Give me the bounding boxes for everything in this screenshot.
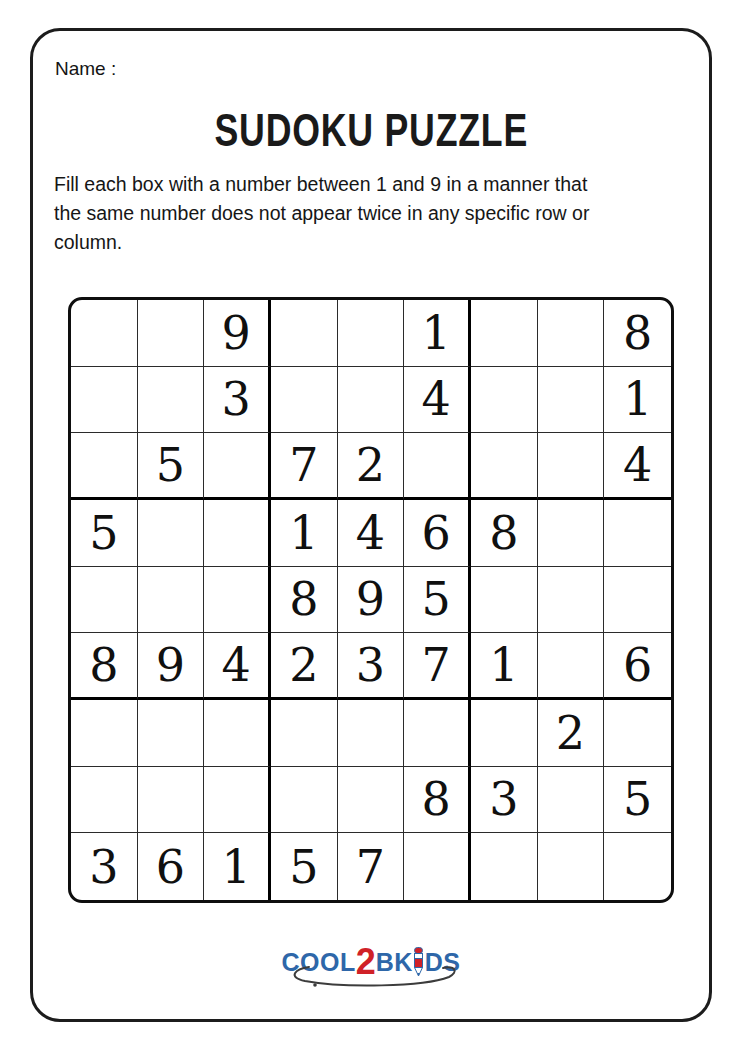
sudoku-cell: 7 (404, 633, 471, 700)
sudoku-cell[interactable] (204, 700, 271, 767)
logo-text-cool: COOL (281, 948, 355, 976)
sudoku-cell[interactable] (138, 300, 205, 367)
sudoku-cell[interactable] (471, 433, 538, 500)
page-title-wrap: SUDOKU PUZZLE (33, 102, 709, 150)
sudoku-cell[interactable] (538, 567, 605, 634)
sudoku-cell: 1 (271, 500, 338, 567)
sudoku-cell[interactable] (538, 767, 605, 834)
sudoku-cell[interactable] (138, 767, 205, 834)
logo-text-ds: DS (425, 948, 461, 976)
sudoku-cell: 8 (471, 500, 538, 567)
sudoku-cell[interactable] (138, 500, 205, 567)
sudoku-cell: 8 (271, 567, 338, 634)
sudoku-cell: 5 (71, 500, 138, 567)
sudoku-cell: 9 (338, 567, 405, 634)
sudoku-cell[interactable] (538, 633, 605, 700)
sudoku-cell[interactable] (538, 300, 605, 367)
sudoku-cell[interactable] (471, 700, 538, 767)
sudoku-cell: 2 (338, 433, 405, 500)
sudoku-cell: 5 (604, 767, 671, 834)
pencil-icon (413, 947, 424, 977)
instructions-line-1: Fill each box with a number between 1 an… (54, 170, 689, 199)
sudoku-cell[interactable] (338, 300, 405, 367)
sudoku-cell: 8 (604, 300, 671, 367)
sudoku-cell[interactable] (604, 833, 671, 900)
sudoku-cell: 6 (604, 633, 671, 700)
sudoku-cell: 1 (204, 833, 271, 900)
sudoku-cell: 3 (71, 833, 138, 900)
sudoku-cell: 4 (204, 633, 271, 700)
sudoku-cell: 3 (338, 633, 405, 700)
sudoku-cell[interactable] (538, 500, 605, 567)
sudoku-cell: 1 (471, 633, 538, 700)
sudoku-cell: 3 (204, 367, 271, 434)
sudoku-cell[interactable] (471, 567, 538, 634)
sudoku-cell: 4 (338, 500, 405, 567)
sudoku-cell: 5 (271, 833, 338, 900)
sudoku-cell[interactable] (271, 300, 338, 367)
sudoku-cell[interactable] (71, 300, 138, 367)
instructions: Fill each box with a number between 1 an… (54, 170, 689, 257)
sudoku-cell[interactable] (404, 833, 471, 900)
sudoku-cell[interactable] (204, 433, 271, 500)
sudoku-cell: 4 (404, 367, 471, 434)
page-title: SUDOKU PUZZLE (214, 102, 528, 157)
sudoku-cell: 8 (71, 633, 138, 700)
instructions-line-2: the same number does not appear twice in… (54, 199, 689, 228)
sudoku-cell[interactable] (138, 567, 205, 634)
sudoku-cell[interactable] (138, 367, 205, 434)
instructions-line-3: column. (54, 228, 689, 257)
sudoku-cell: 1 (404, 300, 471, 367)
sudoku-cell[interactable] (471, 300, 538, 367)
sudoku-cell[interactable] (471, 367, 538, 434)
sudoku-cell: 1 (604, 367, 671, 434)
sudoku-cell[interactable] (71, 433, 138, 500)
sudoku-cell: 7 (338, 833, 405, 900)
sudoku-cell[interactable] (71, 567, 138, 634)
sudoku-cell[interactable] (538, 433, 605, 500)
sudoku-cell[interactable] (604, 700, 671, 767)
name-label: Name : (55, 58, 709, 80)
sudoku-cell[interactable] (138, 700, 205, 767)
brand-logo: COOL2BK DS (281, 945, 461, 989)
sudoku-cell[interactable] (271, 367, 338, 434)
sudoku-cell[interactable] (71, 700, 138, 767)
sudoku-cell: 7 (271, 433, 338, 500)
sudoku-cell[interactable] (204, 567, 271, 634)
sudoku-cell[interactable] (404, 433, 471, 500)
sudoku-cell: 5 (138, 433, 205, 500)
sudoku-cell: 6 (404, 500, 471, 567)
sudoku-cell[interactable] (604, 567, 671, 634)
sudoku-cell[interactable] (604, 500, 671, 567)
sudoku-cell[interactable] (538, 833, 605, 900)
sudoku-cell[interactable] (471, 833, 538, 900)
sudoku-cell[interactable] (71, 367, 138, 434)
sudoku-cell: 9 (204, 300, 271, 367)
sudoku-cell[interactable] (338, 700, 405, 767)
sudoku-cell[interactable] (338, 367, 405, 434)
sudoku-cell[interactable] (338, 767, 405, 834)
sudoku-cell[interactable] (204, 500, 271, 567)
sudoku-cell: 4 (604, 433, 671, 500)
sudoku-cell: 3 (471, 767, 538, 834)
sudoku-cell[interactable] (271, 700, 338, 767)
sudoku-cell: 5 (404, 567, 471, 634)
sudoku-grid: 91834157245146889589423716283536157 (68, 297, 674, 903)
sudoku-cell[interactable] (71, 767, 138, 834)
sudoku-cell: 6 (138, 833, 205, 900)
sudoku-cell: 2 (538, 700, 605, 767)
worksheet-frame: Name : SUDOKU PUZZLE Fill each box with … (30, 28, 712, 1022)
logo-text-two: 2 (356, 941, 376, 982)
sudoku-cell: 9 (138, 633, 205, 700)
logo-text-bk: BK (376, 948, 413, 976)
sudoku-cell[interactable] (538, 367, 605, 434)
sudoku-cell[interactable] (204, 767, 271, 834)
sudoku-cell[interactable] (271, 767, 338, 834)
sudoku-cell: 8 (404, 767, 471, 834)
sudoku-cell: 2 (271, 633, 338, 700)
sudoku-cell[interactable] (404, 700, 471, 767)
